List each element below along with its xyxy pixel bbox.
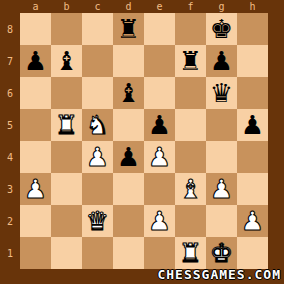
square-d6: ♝ bbox=[113, 77, 144, 109]
square-g4 bbox=[206, 141, 237, 173]
file-label-e: e bbox=[144, 0, 175, 13]
square-e7 bbox=[144, 45, 175, 77]
white-pawn: ♟ bbox=[241, 205, 264, 237]
chessgames-watermark: CHESSGAMES.COM bbox=[157, 267, 281, 282]
square-a3: ♟ bbox=[20, 173, 51, 205]
square-g6: ♛ bbox=[206, 77, 237, 109]
square-h4 bbox=[237, 141, 268, 173]
square-h8 bbox=[237, 13, 268, 45]
rank-label-4: 4 bbox=[0, 141, 20, 173]
square-b7: ♝ bbox=[51, 45, 82, 77]
square-c3 bbox=[82, 173, 113, 205]
rank-label-5: 5 bbox=[0, 109, 20, 141]
square-a2 bbox=[20, 205, 51, 237]
square-h2: ♟ bbox=[237, 205, 268, 237]
square-f7: ♜ bbox=[175, 45, 206, 77]
square-f6 bbox=[175, 77, 206, 109]
rank-label-1: 1 bbox=[0, 237, 20, 269]
square-a5 bbox=[20, 109, 51, 141]
white-pawn: ♟ bbox=[148, 205, 171, 237]
rank-label-2: 2 bbox=[0, 205, 20, 237]
white-queen: ♛ bbox=[86, 205, 109, 237]
square-g2 bbox=[206, 205, 237, 237]
black-pawn: ♟ bbox=[117, 141, 140, 173]
square-h5: ♟ bbox=[237, 109, 268, 141]
square-e6 bbox=[144, 77, 175, 109]
square-e2: ♟ bbox=[144, 205, 175, 237]
black-pawn: ♟ bbox=[148, 109, 171, 141]
square-h1 bbox=[237, 237, 268, 269]
square-g7: ♟ bbox=[206, 45, 237, 77]
white-knight: ♞ bbox=[86, 109, 109, 141]
file-label-d: d bbox=[113, 0, 144, 13]
square-b3 bbox=[51, 173, 82, 205]
square-f1: ♜ bbox=[175, 237, 206, 269]
rank-label-8: 8 bbox=[0, 13, 20, 45]
square-d3 bbox=[113, 173, 144, 205]
square-b4 bbox=[51, 141, 82, 173]
square-a6 bbox=[20, 77, 51, 109]
square-a4 bbox=[20, 141, 51, 173]
square-h7 bbox=[237, 45, 268, 77]
square-d8: ♜ bbox=[113, 13, 144, 45]
square-e8 bbox=[144, 13, 175, 45]
black-queen: ♛ bbox=[210, 77, 233, 109]
square-e3 bbox=[144, 173, 175, 205]
square-b6 bbox=[51, 77, 82, 109]
black-bishop: ♝ bbox=[117, 77, 140, 109]
square-b8 bbox=[51, 13, 82, 45]
rank-label-7: 7 bbox=[0, 45, 20, 77]
square-a7: ♟ bbox=[20, 45, 51, 77]
white-pawn: ♟ bbox=[86, 141, 109, 173]
square-c1 bbox=[82, 237, 113, 269]
square-b1 bbox=[51, 237, 82, 269]
square-a8 bbox=[20, 13, 51, 45]
square-g1: ♚ bbox=[206, 237, 237, 269]
square-d7 bbox=[113, 45, 144, 77]
black-king: ♚ bbox=[210, 13, 233, 45]
white-bishop: ♝ bbox=[179, 173, 202, 205]
rank-label-6: 6 bbox=[0, 77, 20, 109]
square-f4 bbox=[175, 141, 206, 173]
square-c6 bbox=[82, 77, 113, 109]
black-pawn: ♟ bbox=[210, 45, 233, 77]
square-c4: ♟ bbox=[82, 141, 113, 173]
rank-labels: 8 7 6 5 4 3 2 1 bbox=[0, 13, 20, 269]
black-rook: ♜ bbox=[179, 45, 202, 77]
square-d4: ♟ bbox=[113, 141, 144, 173]
file-labels: a b c d e f g h bbox=[20, 0, 268, 13]
file-label-f: f bbox=[175, 0, 206, 13]
square-e4: ♟ bbox=[144, 141, 175, 173]
square-c7 bbox=[82, 45, 113, 77]
white-rook: ♜ bbox=[179, 237, 202, 269]
file-label-g: g bbox=[206, 0, 237, 13]
square-d5 bbox=[113, 109, 144, 141]
rank-label-3: 3 bbox=[0, 173, 20, 205]
square-b5: ♜ bbox=[51, 109, 82, 141]
square-g5 bbox=[206, 109, 237, 141]
file-label-a: a bbox=[20, 0, 51, 13]
black-rook: ♜ bbox=[117, 13, 140, 45]
white-rook: ♜ bbox=[55, 109, 78, 141]
square-c5: ♞ bbox=[82, 109, 113, 141]
square-f2 bbox=[175, 205, 206, 237]
square-f5 bbox=[175, 109, 206, 141]
square-c8 bbox=[82, 13, 113, 45]
black-pawn: ♟ bbox=[241, 109, 264, 141]
square-d2 bbox=[113, 205, 144, 237]
square-f3: ♝ bbox=[175, 173, 206, 205]
square-e1 bbox=[144, 237, 175, 269]
white-king: ♚ bbox=[210, 237, 233, 269]
square-h6 bbox=[237, 77, 268, 109]
file-label-c: c bbox=[82, 0, 113, 13]
chess-board-frame: a b c d e f g h 8 7 6 5 4 3 2 1 ♜♚♟♝♜♟♝♛… bbox=[0, 0, 284, 284]
white-pawn: ♟ bbox=[210, 173, 233, 205]
chess-board: ♜♚♟♝♜♟♝♛♜♞♟♟♟♟♟♟♝♟♛♟♟♜♚ bbox=[20, 13, 268, 269]
square-b2 bbox=[51, 205, 82, 237]
white-pawn: ♟ bbox=[24, 173, 47, 205]
white-pawn: ♟ bbox=[148, 141, 171, 173]
file-label-b: b bbox=[51, 0, 82, 13]
square-h3 bbox=[237, 173, 268, 205]
square-e5: ♟ bbox=[144, 109, 175, 141]
black-pawn: ♟ bbox=[24, 45, 47, 77]
square-f8 bbox=[175, 13, 206, 45]
square-c2: ♛ bbox=[82, 205, 113, 237]
file-label-h: h bbox=[237, 0, 268, 13]
square-d1 bbox=[113, 237, 144, 269]
square-g8: ♚ bbox=[206, 13, 237, 45]
square-g3: ♟ bbox=[206, 173, 237, 205]
square-a1 bbox=[20, 237, 51, 269]
black-bishop: ♝ bbox=[55, 45, 78, 77]
